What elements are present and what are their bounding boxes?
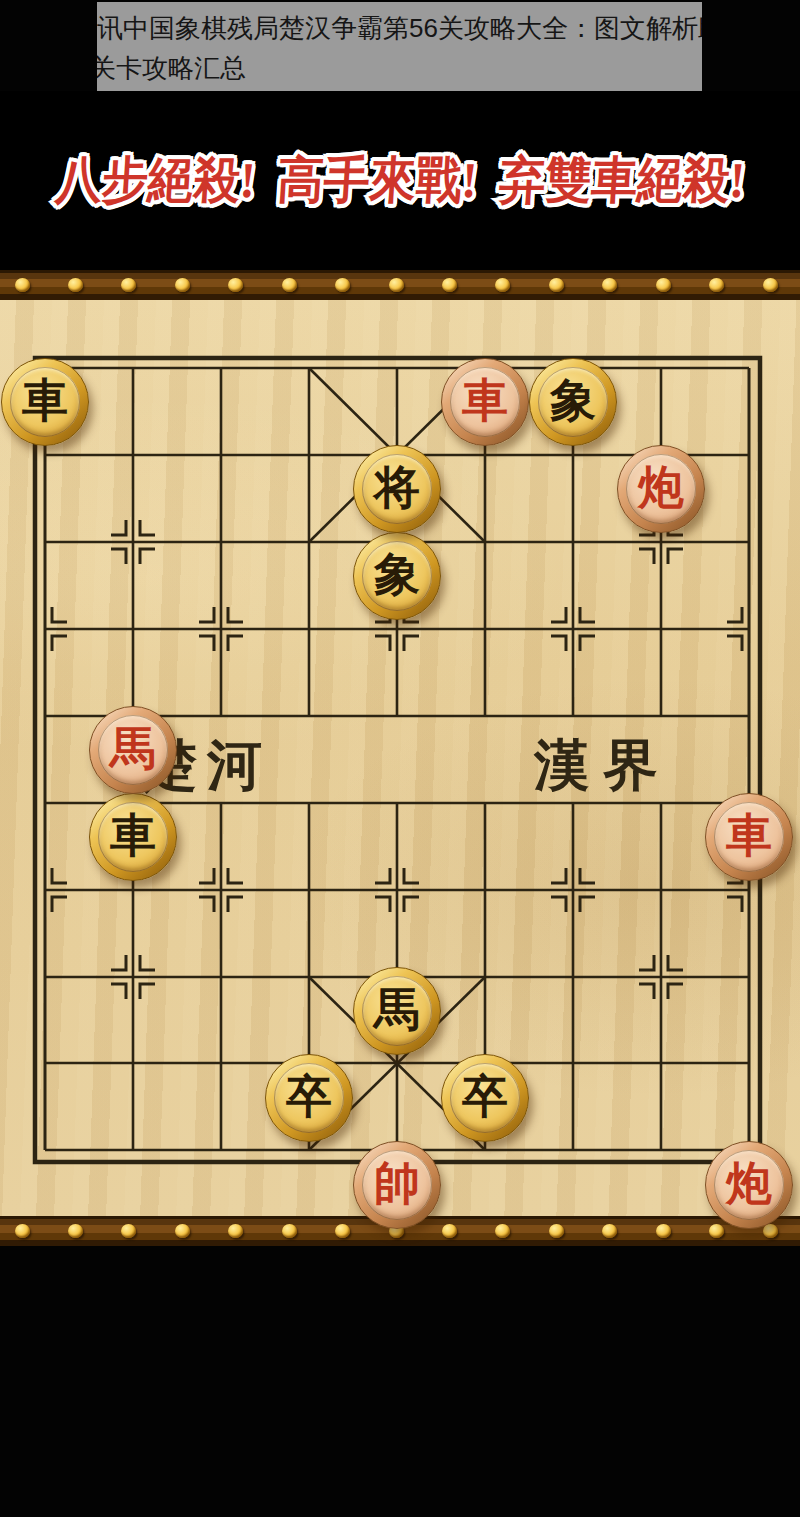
piece-face: 卒 <box>450 1063 520 1133</box>
article-title: 讯中国象棋残局楚汉争霸第56关攻略大全：图文解析助 关卡攻略汇总 <box>97 2 702 91</box>
piece-face: 象 <box>538 367 608 437</box>
piece-glyph: 帥 <box>374 1161 420 1207</box>
piece-face: 車 <box>98 802 168 872</box>
piece-black-soldier[interactable]: 卒 <box>441 1054 529 1142</box>
promo-banner-text: 八步絕殺! 高手來戰! 弃雙車絕殺! <box>53 147 746 214</box>
stud-icon <box>495 278 510 292</box>
stud-icon <box>121 1224 136 1238</box>
piece-face: 車 <box>714 802 784 872</box>
page: 讯中国象棋残局楚汉争霸第56关攻略大全：图文解析助 关卡攻略汇总 八步絕殺! 高… <box>0 0 800 1517</box>
piece-face: 車 <box>450 367 520 437</box>
stud-icon <box>602 278 617 292</box>
stud-icon <box>602 1224 617 1238</box>
piece-black-horse[interactable]: 馬 <box>353 967 441 1055</box>
piece-black-chariot[interactable]: 車 <box>89 793 177 881</box>
stud-icon <box>763 278 778 292</box>
piece-face: 炮 <box>714 1150 784 1220</box>
piece-black-soldier[interactable]: 卒 <box>265 1054 353 1142</box>
piece-glyph: 将 <box>374 465 420 511</box>
piece-face: 車 <box>10 367 80 437</box>
stud-icon <box>709 1224 724 1238</box>
stud-icon <box>495 1224 510 1238</box>
piece-glyph: 象 <box>374 552 420 598</box>
piece-glyph: 炮 <box>638 465 684 511</box>
piece-red-chariot[interactable]: 車 <box>705 793 793 881</box>
piece-face: 帥 <box>362 1150 432 1220</box>
stud-icon <box>656 1224 671 1238</box>
stud-icon <box>335 278 350 292</box>
stud-icon <box>68 1224 83 1238</box>
stud-icon <box>228 1224 243 1238</box>
stud-icon <box>389 278 404 292</box>
article-title-line2: 关卡攻略汇总 <box>97 48 702 88</box>
stud-icon <box>175 278 190 292</box>
stud-icon <box>121 278 136 292</box>
piece-glyph: 馬 <box>374 987 420 1033</box>
piece-face: 馬 <box>98 715 168 785</box>
xiangqi-board: 楚河 漢界 車車象将炮象馬車車馬卒卒帥炮 <box>0 270 800 1246</box>
board-wood: 楚河 漢界 車車象将炮象馬車車馬卒卒帥炮 <box>0 300 800 1218</box>
stud-icon <box>15 278 30 292</box>
piece-face: 卒 <box>274 1063 344 1133</box>
piece-red-cannon[interactable]: 炮 <box>705 1141 793 1229</box>
stud-icon <box>656 278 671 292</box>
stud-icon <box>228 278 243 292</box>
promo-banner: 八步絕殺! 高手來戰! 弃雙車絕殺! <box>0 91 800 270</box>
stud-icon <box>282 278 297 292</box>
stud-icon <box>442 1224 457 1238</box>
piece-red-general[interactable]: 帥 <box>353 1141 441 1229</box>
piece-face: 象 <box>362 541 432 611</box>
piece-red-horse[interactable]: 馬 <box>89 706 177 794</box>
piece-glyph: 卒 <box>462 1074 508 1120</box>
piece-black-elephant[interactable]: 象 <box>529 358 617 446</box>
stud-icon <box>175 1224 190 1238</box>
piece-glyph: 車 <box>110 813 156 859</box>
piece-glyph: 象 <box>550 378 596 424</box>
piece-glyph: 車 <box>22 378 68 424</box>
piece-glyph: 車 <box>462 378 508 424</box>
piece-glyph: 馬 <box>110 726 156 772</box>
stud-icon <box>549 278 564 292</box>
piece-face: 馬 <box>362 976 432 1046</box>
piece-red-chariot[interactable]: 車 <box>441 358 529 446</box>
stud-icon <box>549 1224 564 1238</box>
stud-icon <box>763 1224 778 1238</box>
stud-icon <box>68 278 83 292</box>
piece-black-chariot[interactable]: 車 <box>1 358 89 446</box>
piece-red-cannon[interactable]: 炮 <box>617 445 705 533</box>
stud-icon <box>335 1224 350 1238</box>
piece-black-general[interactable]: 将 <box>353 445 441 533</box>
piece-black-elephant[interactable]: 象 <box>353 532 441 620</box>
piece-glyph: 卒 <box>286 1074 332 1120</box>
piece-glyph: 炮 <box>726 1161 772 1207</box>
stud-icon <box>282 1224 297 1238</box>
article-title-line1: 讯中国象棋残局楚汉争霸第56关攻略大全：图文解析助 <box>97 8 702 48</box>
piece-face: 将 <box>362 454 432 524</box>
piece-grid: 車車象将炮象馬車車馬卒卒帥炮 <box>1 354 793 1224</box>
stud-icon <box>442 278 457 292</box>
stud-icon <box>15 1224 30 1238</box>
stud-bar-top <box>0 270 800 300</box>
piece-glyph: 車 <box>726 813 772 859</box>
stud-icon <box>709 278 724 292</box>
piece-face: 炮 <box>626 454 696 524</box>
